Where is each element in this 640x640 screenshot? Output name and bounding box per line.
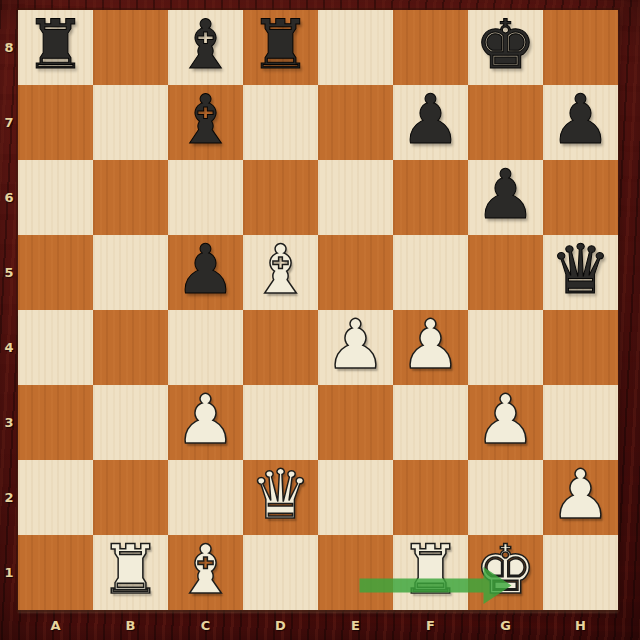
square-h4[interactable] <box>543 310 618 385</box>
square-h3[interactable] <box>543 385 618 460</box>
square-e1[interactable] <box>318 535 393 610</box>
piece-white-pawn[interactable]: ♟ <box>550 461 611 529</box>
square-c6[interactable] <box>168 160 243 235</box>
square-f1[interactable]: ♜ <box>393 535 468 610</box>
square-g7[interactable] <box>468 85 543 160</box>
square-e2[interactable] <box>318 460 393 535</box>
square-e6[interactable] <box>318 160 393 235</box>
rank-label-7: 7 <box>0 85 18 160</box>
square-b3[interactable] <box>93 385 168 460</box>
square-g5[interactable] <box>468 235 543 310</box>
piece-black-rook[interactable]: ♜ <box>25 11 86 79</box>
file-label-b: B <box>93 610 168 640</box>
square-a8[interactable]: ♜ <box>18 10 93 85</box>
square-f2[interactable] <box>393 460 468 535</box>
square-g2[interactable] <box>468 460 543 535</box>
square-c2[interactable] <box>168 460 243 535</box>
square-f6[interactable] <box>393 160 468 235</box>
square-c1[interactable]: ♝ <box>168 535 243 610</box>
piece-white-rook[interactable]: ♜ <box>100 536 161 604</box>
square-d4[interactable] <box>243 310 318 385</box>
square-b8[interactable] <box>93 10 168 85</box>
piece-black-bishop[interactable]: ♝ <box>175 86 236 154</box>
rank-label-8: 8 <box>0 10 18 85</box>
piece-black-pawn[interactable]: ♟ <box>475 161 536 229</box>
file-label-e: E <box>318 610 393 640</box>
rank-label-4: 4 <box>0 310 18 385</box>
piece-white-rook[interactable]: ♜ <box>400 536 461 604</box>
square-f8[interactable] <box>393 10 468 85</box>
rank-label-1: 1 <box>0 535 18 610</box>
file-label-f: F <box>393 610 468 640</box>
square-a5[interactable] <box>18 235 93 310</box>
square-a6[interactable] <box>18 160 93 235</box>
piece-black-pawn[interactable]: ♟ <box>175 236 236 304</box>
rank-label-5: 5 <box>0 235 18 310</box>
piece-white-bishop[interactable]: ♝ <box>250 236 311 304</box>
square-a4[interactable] <box>18 310 93 385</box>
square-e4[interactable]: ♟ <box>318 310 393 385</box>
file-label-d: D <box>243 610 318 640</box>
piece-white-pawn[interactable]: ♟ <box>325 311 386 379</box>
square-c7[interactable]: ♝ <box>168 85 243 160</box>
piece-black-king[interactable]: ♚ <box>475 11 536 79</box>
chess-board: ♜♝♜♚♝♟♟♟♟♝♛♟♟♟♟♛♟♜♝♜♚ <box>18 10 618 610</box>
piece-black-pawn[interactable]: ♟ <box>550 86 611 154</box>
file-label-g: G <box>468 610 543 640</box>
square-a3[interactable] <box>18 385 93 460</box>
square-b7[interactable] <box>93 85 168 160</box>
square-d2[interactable]: ♛ <box>243 460 318 535</box>
square-e8[interactable] <box>318 10 393 85</box>
square-b2[interactable] <box>93 460 168 535</box>
square-d3[interactable] <box>243 385 318 460</box>
square-b5[interactable] <box>93 235 168 310</box>
square-a7[interactable] <box>18 85 93 160</box>
square-h6[interactable] <box>543 160 618 235</box>
square-g8[interactable]: ♚ <box>468 10 543 85</box>
square-c5[interactable]: ♟ <box>168 235 243 310</box>
piece-white-pawn[interactable]: ♟ <box>400 311 461 379</box>
square-g3[interactable]: ♟ <box>468 385 543 460</box>
square-h5[interactable]: ♛ <box>543 235 618 310</box>
square-g1[interactable]: ♚ <box>468 535 543 610</box>
square-c4[interactable] <box>168 310 243 385</box>
square-d7[interactable] <box>243 85 318 160</box>
square-g4[interactable] <box>468 310 543 385</box>
square-b1[interactable]: ♜ <box>93 535 168 610</box>
square-c3[interactable]: ♟ <box>168 385 243 460</box>
rank-label-2: 2 <box>0 460 18 535</box>
square-d1[interactable] <box>243 535 318 610</box>
square-h7[interactable]: ♟ <box>543 85 618 160</box>
piece-black-rook[interactable]: ♜ <box>250 11 311 79</box>
rank-labels: 87654321 <box>0 10 18 610</box>
square-e5[interactable] <box>318 235 393 310</box>
square-b4[interactable] <box>93 310 168 385</box>
square-d8[interactable]: ♜ <box>243 10 318 85</box>
square-f4[interactable]: ♟ <box>393 310 468 385</box>
square-a1[interactable] <box>18 535 93 610</box>
piece-white-pawn[interactable]: ♟ <box>175 386 236 454</box>
file-label-c: C <box>168 610 243 640</box>
file-labels: ABCDEFGH <box>18 610 618 640</box>
square-b6[interactable] <box>93 160 168 235</box>
square-h1[interactable] <box>543 535 618 610</box>
piece-white-queen[interactable]: ♛ <box>250 461 311 529</box>
square-d6[interactable] <box>243 160 318 235</box>
piece-black-pawn[interactable]: ♟ <box>400 86 461 154</box>
square-h8[interactable] <box>543 10 618 85</box>
piece-white-pawn[interactable]: ♟ <box>475 386 536 454</box>
piece-black-bishop[interactable]: ♝ <box>175 11 236 79</box>
piece-white-king[interactable]: ♚ <box>475 536 536 604</box>
square-g6[interactable]: ♟ <box>468 160 543 235</box>
square-f7[interactable]: ♟ <box>393 85 468 160</box>
piece-white-bishop[interactable]: ♝ <box>175 536 236 604</box>
square-h2[interactable]: ♟ <box>543 460 618 535</box>
square-f3[interactable] <box>393 385 468 460</box>
chess-diagram: ♜♝♜♚♝♟♟♟♟♝♛♟♟♟♟♛♟♜♝♜♚ ABCDEFGH 87654321 <box>0 0 640 640</box>
rank-label-6: 6 <box>0 160 18 235</box>
square-a2[interactable] <box>18 460 93 535</box>
square-d5[interactable]: ♝ <box>243 235 318 310</box>
file-label-h: H <box>543 610 618 640</box>
rank-label-3: 3 <box>0 385 18 460</box>
square-e3[interactable] <box>318 385 393 460</box>
square-c8[interactable]: ♝ <box>168 10 243 85</box>
square-f5[interactable] <box>393 235 468 310</box>
piece-black-queen[interactable]: ♛ <box>550 236 611 304</box>
square-e7[interactable] <box>318 85 393 160</box>
file-label-a: A <box>18 610 93 640</box>
